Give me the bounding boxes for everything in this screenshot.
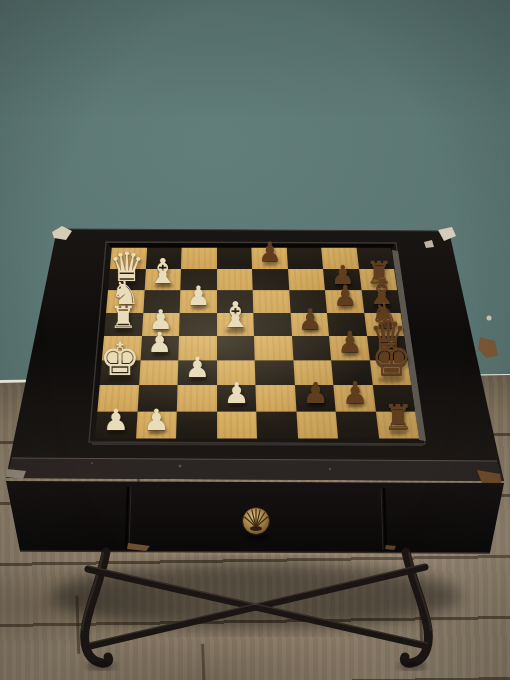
square-c1 — [176, 411, 217, 438]
square-b5 — [142, 313, 180, 336]
square-h3 — [369, 360, 411, 385]
square-e2 — [255, 385, 295, 411]
tabletop-front-bevel — [6, 458, 504, 481]
square-d1 — [217, 411, 258, 438]
square-b7 — [144, 269, 181, 291]
square-h8 — [356, 248, 394, 269]
paint-chip-right-edge — [478, 337, 498, 358]
square-g4 — [329, 336, 369, 360]
bevel-fleck — [329, 468, 331, 470]
square-e3 — [255, 360, 295, 385]
square-d3 — [217, 360, 256, 385]
square-d2 — [217, 385, 257, 411]
square-d4 — [217, 336, 255, 360]
square-c6 — [180, 290, 217, 312]
square-g1 — [336, 411, 379, 438]
square-c4 — [178, 336, 216, 360]
square-g2 — [333, 385, 375, 411]
square-c2 — [177, 385, 217, 411]
square-d8 — [216, 248, 252, 269]
square-f2 — [294, 385, 335, 411]
square-b8 — [145, 248, 181, 269]
square-b6 — [143, 290, 180, 312]
square-h4 — [367, 336, 408, 360]
square-c8 — [181, 248, 217, 269]
square-b4 — [140, 336, 179, 360]
square-f6 — [289, 290, 327, 312]
knob-base — [250, 526, 262, 531]
square-f8 — [286, 248, 323, 269]
foot-shadow — [86, 662, 116, 670]
square-f3 — [293, 360, 333, 385]
square-g8 — [321, 248, 358, 269]
square-a5 — [104, 313, 143, 336]
square-a4 — [102, 336, 142, 360]
square-h2 — [372, 385, 415, 411]
square-a2 — [97, 385, 138, 411]
square-h5 — [364, 313, 404, 336]
square-d7 — [216, 269, 252, 291]
square-b1 — [136, 411, 177, 438]
chess-board — [95, 248, 419, 439]
square-f4 — [292, 336, 332, 360]
square-e5 — [253, 313, 291, 336]
square-g6 — [325, 290, 364, 312]
square-c5 — [179, 313, 217, 336]
product-photo-chess-table: ♟♛♝♟♜♞♟♟♝♜♟♝♟♞♟♟♛♚♟♚♟♟♟♟♟♜ — [0, 0, 510, 680]
square-h1 — [375, 411, 419, 438]
square-h7 — [359, 269, 398, 291]
square-f1 — [296, 411, 338, 438]
square-e8 — [251, 248, 287, 269]
square-a3 — [100, 360, 140, 385]
paint-fleck-right — [487, 316, 492, 321]
bevel-fleck — [179, 465, 182, 468]
square-e6 — [253, 290, 290, 312]
square-g3 — [331, 360, 372, 385]
square-e4 — [254, 336, 293, 360]
recess-near-lip-highlight — [92, 444, 423, 445]
square-d6 — [216, 290, 253, 312]
square-g7 — [323, 269, 361, 291]
square-b2 — [137, 385, 177, 411]
square-c7 — [180, 269, 216, 291]
square-d5 — [216, 313, 254, 336]
square-a8 — [110, 248, 147, 269]
square-f7 — [288, 269, 325, 291]
square-g5 — [327, 313, 367, 336]
square-b3 — [139, 360, 179, 385]
square-h6 — [361, 290, 400, 312]
square-e7 — [252, 269, 289, 291]
square-c3 — [178, 360, 217, 385]
square-e1 — [256, 411, 297, 438]
square-a7 — [108, 269, 145, 291]
square-f5 — [290, 313, 329, 336]
bevel-fleck — [91, 462, 93, 464]
foot-shadow — [397, 662, 427, 670]
square-a1 — [95, 411, 137, 438]
square-a6 — [106, 290, 144, 312]
